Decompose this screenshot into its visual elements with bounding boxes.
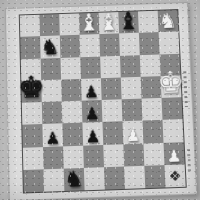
square-b1 xyxy=(138,11,159,33)
square-h2 xyxy=(20,36,40,58)
square-h3 xyxy=(21,58,41,81)
square-e8 xyxy=(84,167,105,190)
square-c7 xyxy=(123,143,144,166)
square-g7 xyxy=(43,146,64,169)
square-h6 xyxy=(22,124,43,147)
square-c5 xyxy=(122,99,143,122)
white-knight: ♞ xyxy=(158,11,177,32)
square-c1: ♝ xyxy=(118,11,139,33)
black-pawn: ♟ xyxy=(45,130,60,147)
square-b2 xyxy=(139,32,160,54)
square-d1: ♝ xyxy=(99,12,120,34)
square-g5 xyxy=(42,101,63,124)
square-f7 xyxy=(63,145,84,168)
square-a8: ❖ xyxy=(164,164,185,187)
square-e7 xyxy=(83,144,104,167)
black-bishop: ♝ xyxy=(117,10,139,34)
square-g4 xyxy=(41,79,62,102)
square-d4 xyxy=(101,77,122,100)
square-d3 xyxy=(100,55,121,78)
square-e1: ♝ xyxy=(79,13,99,35)
square-a6 xyxy=(162,119,183,142)
square-h7 xyxy=(23,147,44,170)
square-c6: ♟ xyxy=(122,121,143,144)
square-h4: ♚ xyxy=(21,80,41,103)
black-knight: ♞ xyxy=(41,37,60,58)
square-d6 xyxy=(102,121,123,144)
square-a7: ♟ xyxy=(163,142,184,165)
square-f4 xyxy=(61,79,82,102)
board-photo: ♝♝♝♞♞♚♟♚♟♟♟♟♟♞❖ xyxy=(0,0,200,200)
square-b4 xyxy=(141,76,162,99)
square-h5 xyxy=(22,102,43,125)
white-bishop: ♝ xyxy=(98,10,120,34)
square-a1: ♞ xyxy=(158,10,179,32)
square-c2 xyxy=(119,33,140,55)
white-pawn: ♟ xyxy=(126,127,141,144)
square-f1 xyxy=(59,13,79,35)
chess-board-mat: ♝♝♝♞♞♚♟♚♟♟♟♟♟♞❖ xyxy=(5,2,197,200)
square-b7 xyxy=(143,142,164,165)
square-d8 xyxy=(104,166,125,189)
square-f8: ♞ xyxy=(64,168,85,191)
square-a5 xyxy=(162,97,183,120)
square-g8 xyxy=(44,168,65,191)
square-c3 xyxy=(120,55,141,78)
square-f6 xyxy=(62,123,83,146)
square-f3 xyxy=(60,57,81,80)
black-pawn: ♟ xyxy=(84,84,99,100)
square-a4: ♚ xyxy=(161,75,182,98)
board-corner-emblem-icon: ❖ xyxy=(168,167,181,184)
square-b8 xyxy=(144,165,165,188)
square-e2 xyxy=(80,34,101,56)
square-b5 xyxy=(142,98,163,121)
square-e4: ♟ xyxy=(81,78,102,101)
square-d5 xyxy=(102,99,123,122)
square-e6: ♟ xyxy=(82,122,103,145)
square-c8 xyxy=(124,166,145,189)
chess-board: ♝♝♝♞♞♚♟♚♟♟♟♟♟♞❖ xyxy=(20,10,186,192)
square-e3 xyxy=(80,56,101,79)
black-knight: ♞ xyxy=(64,169,84,191)
square-h1 xyxy=(20,15,40,37)
square-d2 xyxy=(99,34,120,56)
black-pawn: ♟ xyxy=(85,129,100,146)
square-g6: ♟ xyxy=(42,124,63,147)
white-bishop: ♝ xyxy=(78,11,100,35)
square-c4 xyxy=(121,77,142,100)
square-g1 xyxy=(39,14,59,36)
square-h8 xyxy=(23,169,44,192)
black-pawn: ♟ xyxy=(85,106,100,122)
square-b3 xyxy=(140,54,161,77)
square-f2 xyxy=(60,35,80,57)
square-a2 xyxy=(159,32,180,54)
square-b6 xyxy=(142,120,163,143)
square-e5: ♟ xyxy=(82,100,103,123)
square-g2: ♞ xyxy=(40,36,60,58)
square-a3 xyxy=(160,53,181,76)
square-g3 xyxy=(41,57,61,80)
square-f5 xyxy=(62,101,83,124)
board-edge-lettering-lower xyxy=(187,149,191,173)
square-d7 xyxy=(103,144,124,167)
white-pawn: ♟ xyxy=(167,148,182,165)
board-edge-lettering xyxy=(183,71,188,107)
